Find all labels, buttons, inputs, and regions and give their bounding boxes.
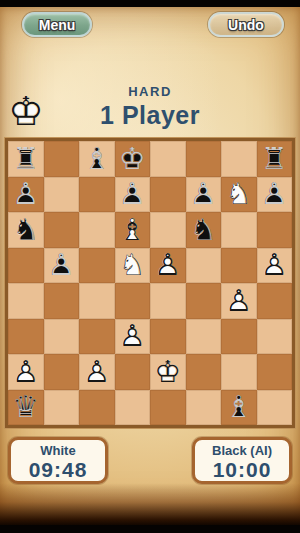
square-h5[interactable]: ♟♙ — [257, 248, 293, 284]
piece-outline-glyph: ♙ — [79, 354, 115, 390]
square-e5[interactable]: ♟♙ — [150, 248, 186, 284]
piece-outline-glyph: ♙ — [8, 354, 44, 390]
square-c4[interactable] — [79, 283, 115, 319]
black-pawn[interactable]: ♟♙ — [115, 177, 151, 213]
square-c3[interactable] — [79, 319, 115, 355]
square-g5[interactable] — [221, 248, 257, 284]
square-g1[interactable]: ♝♗ — [221, 390, 257, 426]
white-pawn[interactable]: ♟♙ — [257, 248, 293, 284]
black-king[interactable]: ♚♔ — [115, 141, 151, 177]
square-h6[interactable] — [257, 212, 293, 248]
square-d8[interactable]: ♚♔ — [115, 141, 151, 177]
square-d4[interactable] — [115, 283, 151, 319]
status-bar — [0, 0, 300, 7]
square-e3[interactable] — [150, 319, 186, 355]
square-b6[interactable] — [44, 212, 80, 248]
piece-outline-glyph: ♗ — [221, 390, 257, 426]
square-e8[interactable] — [150, 141, 186, 177]
square-f6[interactable]: ♞♘ — [186, 212, 222, 248]
black-pawn[interactable]: ♟♙ — [186, 177, 222, 213]
bottom-bar — [0, 525, 300, 533]
black-bishop[interactable]: ♝♗ — [79, 141, 115, 177]
piece-outline-glyph: ♔ — [150, 354, 186, 390]
square-a4[interactable] — [8, 283, 44, 319]
square-c7[interactable] — [79, 177, 115, 213]
square-d3[interactable]: ♟♙ — [115, 319, 151, 355]
square-h2[interactable] — [257, 354, 293, 390]
white-clock-label: White — [11, 443, 105, 458]
black-clock-label: Black (AI) — [195, 443, 289, 458]
square-a8[interactable]: ♜♖ — [8, 141, 44, 177]
piece-outline-glyph: ♗ — [115, 212, 151, 248]
square-g3[interactable] — [221, 319, 257, 355]
square-a3[interactable] — [8, 319, 44, 355]
square-b2[interactable] — [44, 354, 80, 390]
square-e2[interactable]: ♚♔ — [150, 354, 186, 390]
square-d2[interactable] — [115, 354, 151, 390]
piece-outline-glyph: ♘ — [186, 212, 222, 248]
square-g7[interactable]: ♞♘ — [221, 177, 257, 213]
piece-outline-glyph: ♙ — [44, 248, 80, 284]
square-g6[interactable] — [221, 212, 257, 248]
piece-outline-glyph: ♙ — [257, 248, 293, 284]
square-e1[interactable] — [150, 390, 186, 426]
square-d5[interactable]: ♞♘ — [115, 248, 151, 284]
square-g4[interactable]: ♟♙ — [221, 283, 257, 319]
black-rook[interactable]: ♜♖ — [8, 141, 44, 177]
square-b3[interactable] — [44, 319, 80, 355]
square-b7[interactable] — [44, 177, 80, 213]
white-king[interactable]: ♚♔ — [150, 354, 186, 390]
chess-board: ♜♖♝♗♚♔♜♖♟♙♟♙♟♙♞♘♟♙♞♘♝♗♞♘♟♙♞♘♟♙♟♙♟♙♟♙♟♙♟♙… — [8, 141, 292, 425]
square-c2[interactable]: ♟♙ — [79, 354, 115, 390]
square-g8[interactable] — [221, 141, 257, 177]
piece-outline-glyph: ♕ — [8, 390, 44, 426]
chess-board-frame: ♜♖♝♗♚♔♜♖♟♙♟♙♟♙♞♘♟♙♞♘♝♗♞♘♟♙♞♘♟♙♟♙♟♙♟♙♟♙♟♙… — [5, 138, 295, 428]
white-king-icon-outline: ♔ — [5, 88, 47, 134]
white-bishop[interactable]: ♝♗ — [115, 212, 151, 248]
white-pawn[interactable]: ♟♙ — [150, 248, 186, 284]
square-h4[interactable] — [257, 283, 293, 319]
piece-outline-glyph: ♘ — [115, 248, 151, 284]
piece-outline-glyph: ♙ — [8, 177, 44, 213]
square-c8[interactable]: ♝♗ — [79, 141, 115, 177]
square-h7[interactable]: ♟♙ — [257, 177, 293, 213]
square-h1[interactable] — [257, 390, 293, 426]
white-pawn[interactable]: ♟♙ — [115, 319, 151, 355]
square-a5[interactable] — [8, 248, 44, 284]
square-h3[interactable] — [257, 319, 293, 355]
square-b1[interactable] — [44, 390, 80, 426]
piece-outline-glyph: ♙ — [221, 283, 257, 319]
square-a2[interactable]: ♟♙ — [8, 354, 44, 390]
square-e7[interactable] — [150, 177, 186, 213]
square-d7[interactable]: ♟♙ — [115, 177, 151, 213]
square-f5[interactable] — [186, 248, 222, 284]
piece-outline-glyph: ♗ — [79, 141, 115, 177]
black-knight[interactable]: ♞♘ — [186, 212, 222, 248]
square-d1[interactable] — [115, 390, 151, 426]
black-pawn[interactable]: ♟♙ — [44, 248, 80, 284]
black-clock-time: 10:00 — [195, 458, 289, 482]
white-pawn[interactable]: ♟♙ — [8, 354, 44, 390]
piece-outline-glyph: ♙ — [186, 177, 222, 213]
white-pawn[interactable]: ♟♙ — [221, 283, 257, 319]
black-bishop[interactable]: ♝♗ — [221, 390, 257, 426]
black-pawn[interactable]: ♟♙ — [257, 177, 293, 213]
black-queen[interactable]: ♛♕ — [8, 390, 44, 426]
bottom-shade — [0, 483, 300, 525]
white-pawn[interactable]: ♟♙ — [79, 354, 115, 390]
black-clock: Black (AI) 10:00 — [192, 437, 292, 484]
square-f2[interactable] — [186, 354, 222, 390]
square-a1[interactable]: ♛♕ — [8, 390, 44, 426]
square-f3[interactable] — [186, 319, 222, 355]
white-knight[interactable]: ♞♘ — [115, 248, 151, 284]
white-knight[interactable]: ♞♘ — [221, 177, 257, 213]
black-knight[interactable]: ♞♘ — [8, 212, 44, 248]
square-f8[interactable] — [186, 141, 222, 177]
square-b4[interactable] — [44, 283, 80, 319]
white-clock: White 09:48 — [8, 437, 108, 484]
square-g2[interactable] — [221, 354, 257, 390]
square-f1[interactable] — [186, 390, 222, 426]
square-a7[interactable]: ♟♙ — [8, 177, 44, 213]
black-pawn[interactable]: ♟♙ — [8, 177, 44, 213]
undo-button[interactable]: Undo — [208, 12, 284, 37]
white-clock-time: 09:48 — [11, 458, 105, 482]
square-a6[interactable]: ♞♘ — [8, 212, 44, 248]
piece-outline-glyph: ♖ — [8, 141, 44, 177]
square-b8[interactable] — [44, 141, 80, 177]
piece-outline-glyph: ♖ — [257, 141, 293, 177]
square-c1[interactable] — [79, 390, 115, 426]
square-e4[interactable] — [150, 283, 186, 319]
piece-outline-glyph: ♘ — [8, 212, 44, 248]
black-rook[interactable]: ♜♖ — [257, 141, 293, 177]
piece-outline-glyph: ♘ — [221, 177, 257, 213]
square-c5[interactable] — [79, 248, 115, 284]
turn-indicator-white-king-icon: ♚ ♔ — [5, 88, 47, 134]
piece-outline-glyph: ♙ — [115, 319, 151, 355]
piece-outline-glyph: ♙ — [150, 248, 186, 284]
menu-button[interactable]: Menu — [22, 12, 92, 37]
square-e6[interactable] — [150, 212, 186, 248]
square-f4[interactable] — [186, 283, 222, 319]
piece-outline-glyph: ♔ — [115, 141, 151, 177]
piece-outline-glyph: ♙ — [257, 177, 293, 213]
square-f7[interactable]: ♟♙ — [186, 177, 222, 213]
square-b5[interactable]: ♟♙ — [44, 248, 80, 284]
square-d6[interactable]: ♝♗ — [115, 212, 151, 248]
square-h8[interactable]: ♜♖ — [257, 141, 293, 177]
square-c6[interactable] — [79, 212, 115, 248]
piece-outline-glyph: ♙ — [115, 177, 151, 213]
